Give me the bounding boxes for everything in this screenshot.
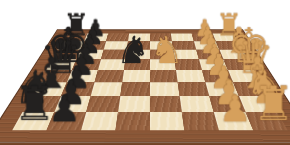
square-c4: [150, 82, 180, 96]
square-f1: [219, 50, 248, 60]
white-rook-a1: ♜: [252, 81, 286, 128]
white-rook-h1: ♜: [215, 10, 237, 40]
chess-set-photo: ♜♞♝♛♚♝♜♟♟♟♟♟♟♟♟♞♞♟♟♟♟♟♟♟♟♜♞♝♛♚♝♜: [0, 0, 290, 145]
square-e4: [150, 59, 176, 70]
square-d4: [150, 70, 178, 82]
square-f5: [126, 50, 150, 60]
square-c1: [233, 82, 268, 96]
square-g1: [216, 41, 243, 50]
square-f8: [52, 50, 81, 60]
square-h7: [84, 33, 108, 41]
square-b3: [180, 96, 214, 112]
square-c6: [91, 82, 123, 96]
square-a1: [246, 112, 288, 131]
square-f6: [101, 50, 127, 60]
square-a6: [81, 112, 118, 131]
square-c2: [205, 82, 239, 96]
chess-board: ♜♞♝♛♚♝♜♟♟♟♟♟♟♟♟♞♞♟♟♟♟♟♟♟♟♜♞♝♛♚♝♜: [0, 29, 290, 142]
black-pawn-e7: ♟: [73, 41, 99, 69]
white-pawn-e2: ♟: [202, 41, 228, 69]
square-g4: [150, 41, 173, 50]
square-e5: [124, 59, 150, 70]
board-scene: ♜♞♝♛♚♝♜♟♟♟♟♟♟♟♟♞♞♟♟♟♟♟♟♟♟♜♞♝♛♚♝♜: [31, 0, 269, 145]
square-a3: [182, 112, 219, 131]
square-e3: [174, 59, 202, 70]
square-e1: [223, 59, 254, 70]
square-a5: [116, 112, 150, 131]
square-c3: [178, 82, 210, 96]
square-f4: [150, 50, 174, 60]
square-b8: [22, 96, 61, 112]
square-b5: [118, 96, 150, 112]
square-h5: [128, 33, 150, 41]
square-d3: [176, 70, 205, 82]
square-e7: [72, 59, 101, 70]
black-rook-a8: ♜: [13, 81, 47, 128]
square-d6: [95, 70, 124, 82]
board-front-edge: [0, 143, 290, 145]
square-f7: [77, 50, 104, 60]
square-b1: [239, 96, 278, 112]
square-g5: [127, 41, 150, 50]
square-e8: [46, 59, 77, 70]
square-g7: [81, 41, 107, 50]
square-e6: [98, 59, 126, 70]
square-g6: [104, 41, 128, 50]
square-d1: [228, 70, 261, 82]
square-d8: [39, 70, 72, 82]
square-d7: [67, 70, 98, 82]
square-c5: [120, 82, 150, 96]
square-h3: [171, 33, 194, 41]
square-c7: [61, 82, 95, 96]
square-a4: [150, 112, 184, 131]
square-b4: [150, 96, 182, 112]
square-a7: [47, 112, 87, 131]
square-h1: [213, 33, 238, 41]
square-h6: [106, 33, 129, 41]
square-g3: [172, 41, 196, 50]
square-c8: [31, 82, 66, 96]
square-f3: [173, 50, 199, 60]
square-b6: [86, 96, 120, 112]
square-b7: [54, 96, 90, 112]
square-d5: [122, 70, 150, 82]
square-h4: [150, 33, 172, 41]
black-rook-h8: ♜: [63, 10, 85, 40]
